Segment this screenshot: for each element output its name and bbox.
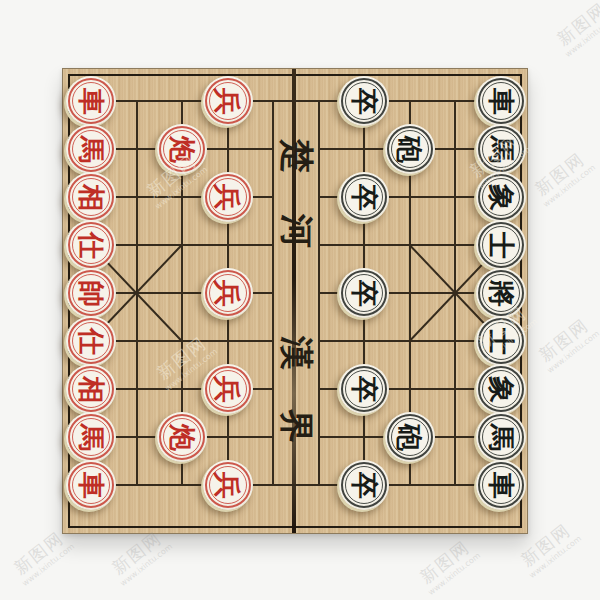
black-advisor-piece[interactable]: 士	[476, 220, 526, 270]
piece-character: 兵	[214, 472, 241, 499]
watermark-url: www.ixintu.com	[541, 163, 597, 209]
xiangqi-board: 楚河漢界車馬相仕帥仕相馬車炮炮兵兵兵兵兵卒卒卒卒卒砲砲車馬象士將士象馬車	[62, 68, 528, 534]
watermark: 新图网www.ixintu.com	[414, 535, 482, 597]
screenshot-canvas: 楚河漢界車馬相仕帥仕相馬車炮炮兵兵兵兵兵卒卒卒卒卒砲砲車馬象士將士象馬車 新图网…	[0, 0, 600, 600]
piece-character: 卒	[351, 184, 378, 211]
red-soldier-piece[interactable]: 兵	[203, 460, 253, 510]
red-chariot-piece[interactable]: 車	[66, 460, 116, 510]
red-elephant-piece[interactable]: 相	[66, 364, 116, 414]
grid-horizontal-line-1	[90, 100, 502, 102]
black-chariot-piece[interactable]: 車	[476, 460, 526, 510]
red-chariot-piece[interactable]: 車	[66, 76, 116, 126]
red-horse-piece[interactable]: 馬	[66, 124, 116, 174]
watermark-url: www.ixintu.com	[563, 13, 600, 59]
red-general-piece[interactable]: 帥	[66, 268, 116, 318]
piece-character: 兵	[214, 376, 241, 403]
red-advisor-piece[interactable]: 仕	[66, 316, 116, 366]
red-soldier-piece[interactable]: 兵	[203, 76, 253, 126]
piece-character: 相	[78, 376, 105, 403]
watermark-url: www.ixintu.com	[20, 542, 76, 588]
black-horse-piece[interactable]: 馬	[476, 124, 526, 174]
black-soldier-piece[interactable]: 卒	[339, 76, 389, 126]
watermark-title: 新图网	[533, 313, 595, 368]
piece-character: 兵	[214, 88, 241, 115]
watermark-title: 新图网	[551, 0, 600, 52]
piece-character: 車	[488, 472, 515, 499]
black-cannon-piece[interactable]: 砲	[385, 124, 435, 174]
red-cannon-piece[interactable]: 炮	[157, 124, 207, 174]
black-elephant-piece[interactable]: 象	[476, 172, 526, 222]
river-text-char-4: 界	[273, 403, 319, 449]
watermark: 新图网www.ixintu.com	[529, 147, 597, 209]
watermark: 新图网www.ixintu.com	[8, 526, 76, 588]
black-cannon-piece[interactable]: 砲	[385, 412, 435, 462]
piece-character: 相	[78, 184, 105, 211]
piece-character: 象	[488, 184, 515, 211]
black-soldier-piece[interactable]: 卒	[339, 364, 389, 414]
black-elephant-piece[interactable]: 象	[476, 364, 526, 414]
piece-character: 馬	[78, 424, 105, 451]
piece-character: 仕	[78, 328, 105, 355]
piece-character: 砲	[396, 136, 423, 163]
black-soldier-piece[interactable]: 卒	[339, 172, 389, 222]
piece-character: 炮	[169, 136, 196, 163]
piece-character: 馬	[488, 136, 515, 163]
red-advisor-piece[interactable]: 仕	[66, 220, 116, 270]
piece-character: 兵	[214, 280, 241, 307]
red-soldier-piece[interactable]: 兵	[203, 172, 253, 222]
watermark-url: www.ixintu.com	[527, 534, 583, 580]
piece-character: 砲	[396, 424, 423, 451]
watermark-title: 新图网	[414, 535, 476, 590]
watermark-url: www.ixintu.com	[118, 542, 174, 588]
black-advisor-piece[interactable]: 士	[476, 316, 526, 366]
river-text-char-1: 楚	[273, 133, 319, 179]
piece-character: 車	[78, 472, 105, 499]
watermark: 新图网www.ixintu.com	[106, 526, 174, 588]
red-cannon-piece[interactable]: 炮	[157, 412, 207, 462]
piece-character: 帥	[78, 280, 105, 307]
black-general-piece[interactable]: 將	[476, 268, 526, 318]
watermark: 新图网www.ixintu.com	[551, 0, 600, 59]
piece-character: 卒	[351, 280, 378, 307]
red-soldier-piece[interactable]: 兵	[203, 364, 253, 414]
watermark-title: 新图网	[529, 147, 591, 202]
watermark-url: www.ixintu.com	[426, 551, 482, 597]
black-horse-piece[interactable]: 馬	[476, 412, 526, 462]
red-horse-piece[interactable]: 馬	[66, 412, 116, 462]
piece-character: 兵	[214, 184, 241, 211]
piece-character: 卒	[351, 472, 378, 499]
watermark-title: 新图网	[8, 526, 70, 581]
piece-character: 象	[488, 376, 515, 403]
watermark-url: www.ixintu.com	[545, 329, 600, 375]
piece-character: 仕	[78, 232, 105, 259]
watermark: 新图网www.ixintu.com	[533, 313, 600, 375]
red-soldier-piece[interactable]: 兵	[203, 268, 253, 318]
piece-character: 士	[488, 328, 515, 355]
piece-character: 卒	[351, 88, 378, 115]
river-text-char-2: 河	[273, 208, 319, 254]
watermark-title: 新图网	[106, 526, 168, 581]
piece-character: 車	[78, 88, 105, 115]
black-soldier-piece[interactable]: 卒	[339, 460, 389, 510]
piece-character: 馬	[78, 136, 105, 163]
red-elephant-piece[interactable]: 相	[66, 172, 116, 222]
piece-character: 馬	[488, 424, 515, 451]
piece-character: 將	[488, 280, 515, 307]
piece-character: 士	[488, 232, 515, 259]
river-text-char-3: 漢	[273, 330, 319, 376]
piece-character: 車	[488, 88, 515, 115]
black-chariot-piece[interactable]: 車	[476, 76, 526, 126]
piece-character: 炮	[169, 424, 196, 451]
grid-horizontal-line-9	[90, 484, 502, 486]
black-soldier-piece[interactable]: 卒	[339, 268, 389, 318]
piece-character: 卒	[351, 376, 378, 403]
